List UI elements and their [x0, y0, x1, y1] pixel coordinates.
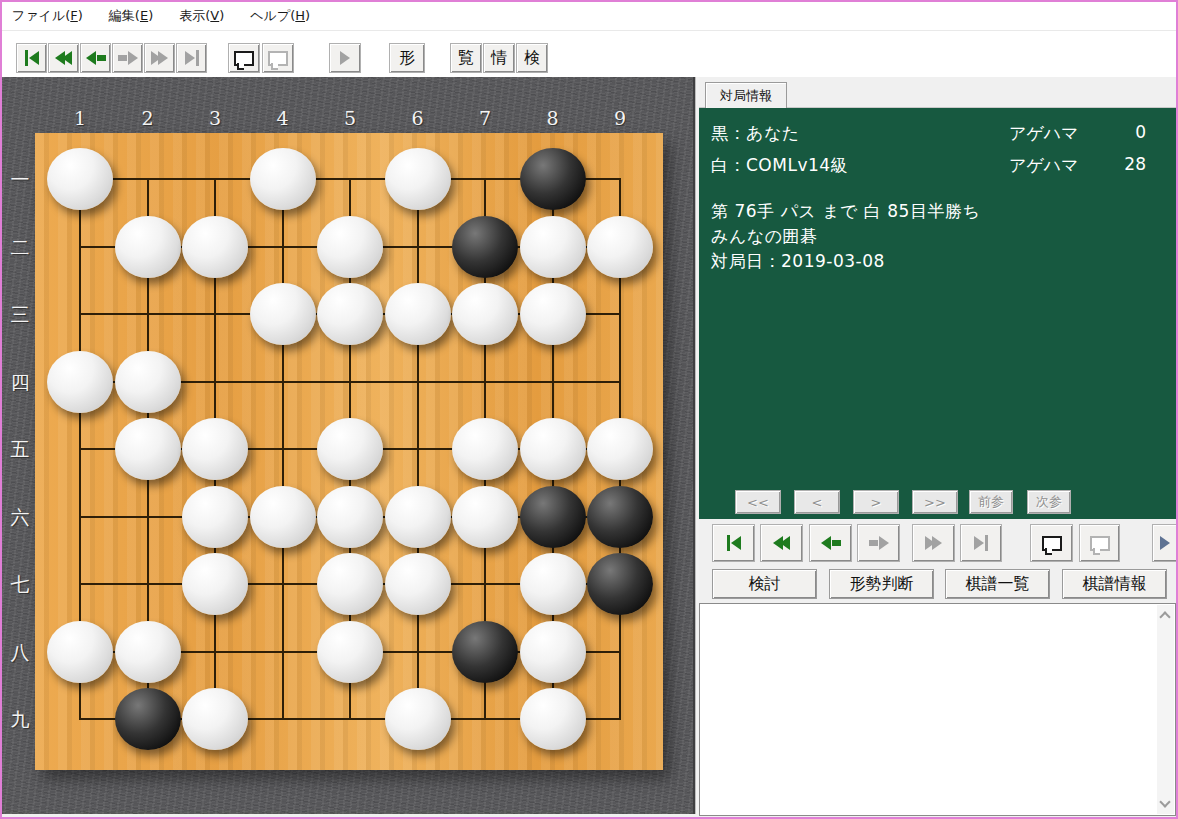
play-icon — [1160, 536, 1170, 550]
stone-white — [587, 418, 653, 480]
stone-white — [182, 486, 248, 548]
arrow-stem-icon — [97, 55, 106, 61]
stone-white — [520, 688, 586, 750]
play-button[interactable] — [329, 43, 361, 73]
triangle-left-icon — [780, 536, 790, 550]
board-row-label: 二 — [8, 235, 32, 261]
nav-last-button[interactable] — [960, 524, 1002, 562]
triangle-right-icon — [158, 51, 168, 65]
review-button[interactable]: 検討 — [712, 569, 817, 599]
board-row-label: 九 — [8, 707, 32, 733]
stone-white — [520, 418, 586, 480]
stone-white — [520, 283, 586, 345]
board-row-label: 七 — [8, 572, 32, 598]
vertical-scrollbar[interactable] — [1157, 605, 1174, 814]
triangle-right-icon — [932, 536, 942, 550]
menu-view[interactable]: 表示(V) — [179, 7, 224, 25]
scroll-up-icon[interactable] — [1159, 611, 1170, 622]
stone-black — [520, 148, 586, 210]
bar-first-icon — [727, 535, 730, 551]
tab-game-info[interactable]: 対局情報 — [705, 82, 787, 108]
stone-white — [182, 688, 248, 750]
nav-first-button[interactable] — [712, 524, 755, 562]
result-text: 第 76手 パス まで 白 85目半勝ち — [711, 200, 980, 223]
info-panel: 対局情報 黒：あなた アゲハマ 0 白：COMLv14級 アゲハマ 28 第 7… — [699, 77, 1176, 817]
prev-variation-button[interactable]: 前参 — [969, 490, 1013, 514]
last-move-button[interactable] — [176, 43, 207, 73]
nav-fast-back-button[interactable] — [760, 524, 803, 562]
tab-bar: 対局情報 — [699, 81, 1176, 108]
stone-white — [317, 283, 383, 345]
stone-white — [317, 216, 383, 278]
var-back-button[interactable]: < — [794, 490, 840, 514]
stone-white — [250, 148, 316, 210]
study-button[interactable]: 検 — [516, 43, 548, 73]
var-forward-button[interactable]: > — [853, 490, 899, 514]
nav-forward-button[interactable] — [857, 524, 900, 562]
board-row-label: 五 — [8, 437, 32, 463]
black-player-label: 黒：あなた — [711, 122, 800, 145]
stone-white — [452, 486, 518, 548]
fast-forward-button[interactable] — [144, 43, 175, 73]
bar-first-icon — [25, 50, 28, 66]
arrow-stem-icon — [832, 540, 841, 546]
stone-white — [115, 621, 181, 683]
arrow-stem-icon — [869, 540, 878, 546]
stone-white — [115, 216, 181, 278]
stone-white — [182, 418, 248, 480]
arrow-left-icon — [821, 536, 831, 550]
menu-bar: ファイル(F) 編集(E) 表示(V) ヘルプ(H) — [2, 2, 1176, 30]
app-window: ファイル(F) 編集(E) 表示(V) ヘルプ(H) 形 覧 情 検 12345… — [0, 0, 1178, 819]
stone-black — [452, 216, 518, 278]
fast-back-button[interactable] — [48, 43, 79, 73]
forward-button[interactable] — [112, 43, 143, 73]
nav-comment-back-button[interactable] — [1030, 524, 1073, 562]
grid-line — [417, 178, 419, 720]
scroll-down-icon[interactable] — [1159, 796, 1170, 807]
stone-black — [587, 486, 653, 548]
stone-white — [182, 553, 248, 615]
stone-white — [317, 621, 383, 683]
stone-white — [47, 621, 113, 683]
stone-white — [520, 216, 586, 278]
board-col-label: 8 — [541, 107, 565, 129]
board-col-label: 6 — [406, 107, 430, 129]
stone-white — [385, 688, 451, 750]
speech-bubble-right-icon — [268, 51, 288, 66]
toolbar: 形 覧 情 検 — [2, 30, 1176, 77]
stone-white — [520, 621, 586, 683]
arrow-stem-icon — [118, 55, 127, 61]
stone-black — [520, 486, 586, 548]
app-name-text: みんなの囲碁 — [711, 225, 818, 248]
go-board[interactable] — [35, 133, 663, 770]
black-captures-label: アゲハマ — [1009, 122, 1079, 145]
arrow-right-icon — [879, 536, 889, 550]
bar-last-icon — [196, 50, 199, 66]
record-info-button[interactable]: 棋譜情報 — [1062, 569, 1167, 599]
stone-white — [317, 553, 383, 615]
stone-white — [385, 148, 451, 210]
black-captures-value: 0 — [1104, 122, 1146, 142]
stone-white — [317, 418, 383, 480]
stone-white — [452, 283, 518, 345]
board-col-label: 7 — [473, 107, 497, 129]
speech-bubble-right-icon — [1090, 536, 1110, 551]
board-col-label: 9 — [608, 107, 632, 129]
stone-white — [182, 216, 248, 278]
triangle-left-icon — [731, 536, 741, 550]
board-col-label: 2 — [136, 107, 160, 129]
stone-black — [587, 553, 653, 615]
triangle-right-icon — [185, 51, 195, 65]
stone-white — [250, 283, 316, 345]
stone-white — [452, 418, 518, 480]
first-move-button[interactable] — [16, 43, 47, 73]
board-row-label: 八 — [8, 640, 32, 666]
triangle-right-icon — [974, 536, 984, 550]
stone-white — [47, 351, 113, 413]
stone-white — [520, 553, 586, 615]
stone-white — [47, 148, 113, 210]
menu-edit[interactable]: 編集(E) — [109, 7, 153, 25]
menu-help[interactable]: ヘルプ(H) — [250, 7, 310, 25]
nav-comment-forward-button[interactable] — [1079, 524, 1120, 562]
stone-white — [385, 486, 451, 548]
game-date-text: 対局日：2019-03-08 — [711, 250, 885, 273]
comment-forward-button[interactable] — [262, 43, 294, 73]
board-panel: 123456789 一二三四五六七八九 — [2, 77, 697, 814]
record-info-button[interactable]: 情 — [483, 43, 515, 73]
board-col-label: 3 — [203, 107, 227, 129]
stone-white — [115, 351, 181, 413]
var-first-button[interactable]: << — [735, 490, 781, 514]
stone-white — [115, 418, 181, 480]
board-col-label: 4 — [271, 107, 295, 129]
nav-play-button[interactable] — [1152, 524, 1178, 562]
stone-white — [385, 553, 451, 615]
menu-file[interactable]: ファイル(F) — [12, 7, 83, 25]
triangle-left-icon — [62, 51, 72, 65]
speech-bubble-left-icon — [1042, 536, 1062, 551]
stone-white — [317, 486, 383, 548]
record-list-button[interactable]: 棋譜一覧 — [945, 569, 1050, 599]
board-row-label: 一 — [8, 167, 32, 193]
board-row-label: 四 — [8, 370, 32, 396]
stone-white — [587, 216, 653, 278]
play-icon — [340, 51, 350, 65]
arrow-right-icon — [128, 51, 138, 65]
bar-last-icon — [985, 535, 988, 551]
back-button[interactable] — [80, 43, 111, 73]
stone-white — [250, 486, 316, 548]
stone-white — [385, 283, 451, 345]
nav-fast-forward-button[interactable] — [912, 524, 955, 562]
board-col-label: 1 — [68, 107, 92, 129]
triangle-left-icon — [29, 51, 39, 65]
next-variation-button[interactable]: 次参 — [1027, 490, 1071, 514]
record-list-button[interactable]: 覧 — [450, 43, 482, 73]
position-judge-button[interactable]: 形勢判断 — [829, 569, 934, 599]
comment-back-button[interactable] — [228, 43, 260, 73]
board-col-label: 5 — [338, 107, 362, 129]
stone-black — [452, 621, 518, 683]
arrow-left-icon — [86, 51, 96, 65]
comment-textarea[interactable] — [699, 603, 1176, 816]
white-captures-label: アゲハマ — [1009, 154, 1079, 177]
var-last-button[interactable]: >> — [912, 490, 958, 514]
white-player-label: 白：COMLv14級 — [711, 154, 848, 177]
board-row-label: 三 — [8, 302, 32, 328]
stone-black — [115, 688, 181, 750]
game-info-box: 黒：あなた アゲハマ 0 白：COMLv14級 アゲハマ 28 第 76手 パス… — [699, 108, 1176, 519]
nav-back-button[interactable] — [809, 524, 852, 562]
board-row-label: 六 — [8, 505, 32, 531]
white-captures-value: 28 — [1104, 154, 1146, 174]
speech-bubble-left-icon — [234, 51, 254, 66]
shape-judge-button[interactable]: 形 — [389, 43, 425, 73]
